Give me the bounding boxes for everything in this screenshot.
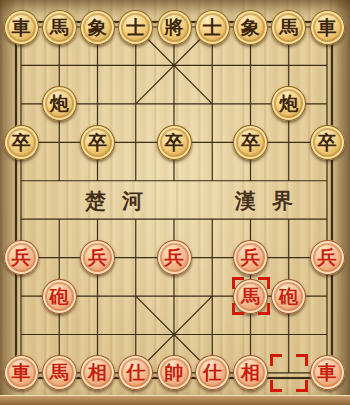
piece-character: 馬 (241, 287, 260, 306)
piece-character: 仕 (126, 363, 145, 382)
piece-character: 士 (126, 18, 145, 37)
river-label-han-jie: 漢界 (227, 187, 309, 215)
piece-character: 卒 (318, 133, 337, 152)
red-soldier-piece[interactable]: 兵 (233, 240, 268, 275)
black-cannon-piece[interactable]: 炮 (42, 86, 77, 121)
red-cannon-piece[interactable]: 砲 (271, 279, 306, 314)
red-soldier-piece[interactable]: 兵 (4, 240, 39, 275)
black-soldier-piece[interactable]: 卒 (80, 125, 115, 160)
piece-character: 仕 (203, 363, 222, 382)
piece-character: 卒 (88, 133, 107, 152)
red-soldier-piece[interactable]: 兵 (157, 240, 192, 275)
black-elephant-piece[interactable]: 象 (80, 10, 115, 45)
red-horse-piece[interactable]: 馬 (233, 279, 268, 314)
piece-character: 兵 (318, 248, 337, 267)
red-soldier-piece[interactable]: 兵 (310, 240, 345, 275)
black-soldier-piece[interactable]: 卒 (157, 125, 192, 160)
red-soldier-piece[interactable]: 兵 (80, 240, 115, 275)
piece-character: 士 (203, 18, 222, 37)
piece-character: 馬 (50, 363, 69, 382)
piece-character: 馬 (50, 18, 69, 37)
black-chariot-piece[interactable]: 車 (4, 10, 39, 45)
black-horse-piece[interactable]: 馬 (271, 10, 306, 45)
black-advisor-piece[interactable]: 士 (118, 10, 153, 45)
black-general-piece[interactable]: 將 (157, 10, 192, 45)
piece-character: 炮 (50, 94, 69, 113)
piece-character: 車 (318, 18, 337, 37)
red-chariot-piece[interactable]: 車 (310, 355, 345, 390)
piece-character: 將 (165, 18, 184, 37)
black-horse-piece[interactable]: 馬 (42, 10, 77, 45)
piece-character: 卒 (165, 133, 184, 152)
river-label-chu-he: 楚河 (77, 187, 159, 215)
piece-character: 兵 (241, 248, 260, 267)
red-advisor-piece[interactable]: 仕 (195, 355, 230, 390)
piece-character: 相 (88, 363, 107, 382)
piece-character: 象 (88, 18, 107, 37)
piece-character: 帥 (165, 363, 184, 382)
piece-character: 卒 (241, 133, 260, 152)
black-chariot-piece[interactable]: 車 (310, 10, 345, 45)
piece-character: 馬 (279, 18, 298, 37)
piece-character: 砲 (50, 287, 69, 306)
red-chariot-piece[interactable]: 車 (4, 355, 39, 390)
piece-character: 卒 (12, 133, 31, 152)
piece-character: 車 (12, 363, 31, 382)
piece-character: 兵 (165, 248, 184, 267)
black-elephant-piece[interactable]: 象 (233, 10, 268, 45)
black-soldier-piece[interactable]: 卒 (310, 125, 345, 160)
red-general-piece[interactable]: 帥 (157, 355, 192, 390)
black-soldier-piece[interactable]: 卒 (233, 125, 268, 160)
piece-character: 炮 (279, 94, 298, 113)
board-bottom-edge (0, 395, 350, 405)
piece-character: 相 (241, 363, 260, 382)
piece-character: 砲 (279, 287, 298, 306)
red-horse-piece[interactable]: 馬 (42, 355, 77, 390)
piece-character: 兵 (88, 248, 107, 267)
piece-character: 車 (318, 363, 337, 382)
black-advisor-piece[interactable]: 士 (195, 10, 230, 45)
red-cannon-piece[interactable]: 砲 (42, 279, 77, 314)
black-soldier-piece[interactable]: 卒 (4, 125, 39, 160)
piece-character: 象 (241, 18, 260, 37)
xiangqi-board[interactable]: 楚河 漢界 車馬象士將士象馬車炮炮卒卒卒卒卒兵兵兵兵兵砲馬砲車馬相仕帥仕相車 (0, 0, 350, 405)
piece-character: 兵 (12, 248, 31, 267)
piece-character: 車 (12, 18, 31, 37)
